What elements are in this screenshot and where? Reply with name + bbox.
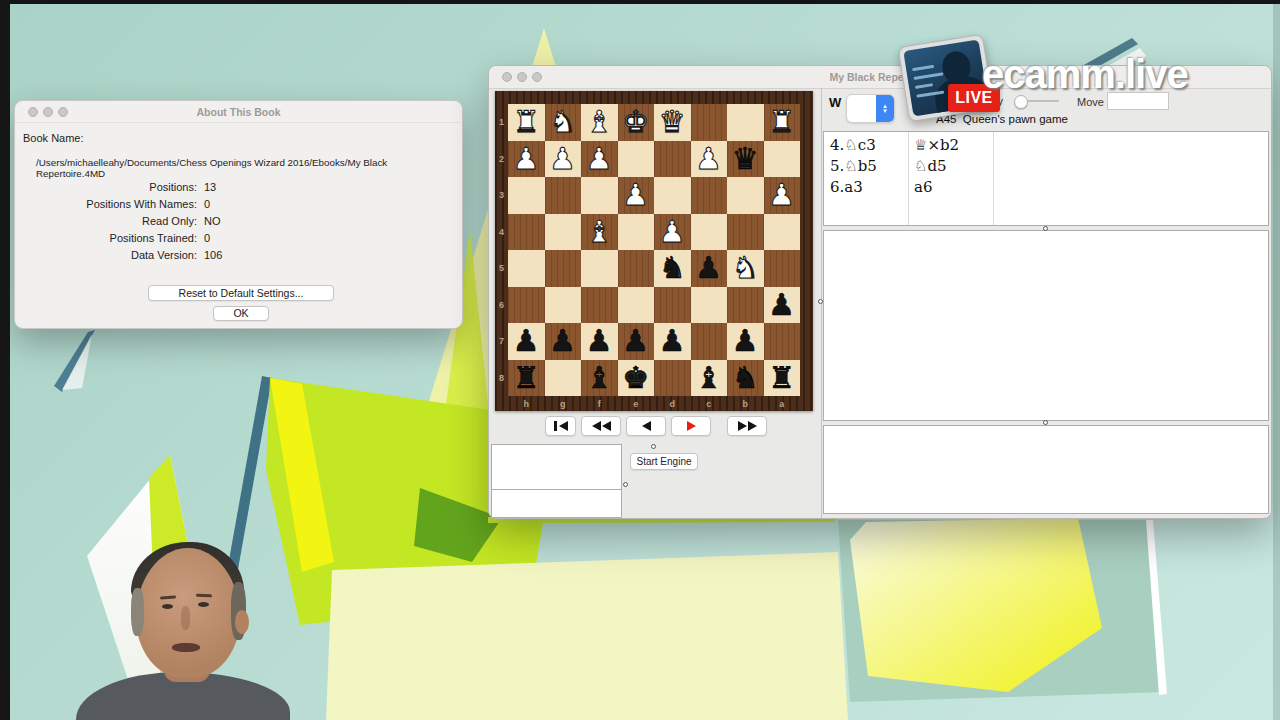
white-rook: ♜ [513,104,540,140]
frame-edge [0,0,10,720]
black-rook: ♜ [768,360,795,396]
field-value: NO [204,215,221,227]
side-to-move-label: W [829,95,841,110]
square-e7[interactable]: ♟ [618,323,655,360]
white-bishop: ♝ [586,104,613,140]
square-h5[interactable] [508,250,545,287]
notes-panel[interactable] [823,230,1269,421]
black-queen: ♛ [732,141,759,177]
square-h7[interactable]: ♟ [508,323,545,360]
square-c5[interactable]: ♟ [691,250,728,287]
file-label: g [545,397,582,410]
square-c8[interactable]: ♝ [691,360,728,397]
splitter-handle[interactable] [1043,226,1048,231]
square-h2[interactable]: ♟ [508,141,545,178]
white-pawn: ♟ [695,141,722,177]
board-squares: ♜♞♝♚♛♜♟♟♟♟♛♟♟♝♟♞♟♞♟♟♟♟♟♟♟♜♝♚♝♞♜ [508,104,800,396]
move-black[interactable]: a6 [914,178,933,196]
book-name-label: Book Name: [23,132,84,144]
white-king: ♚ [622,104,649,140]
square-e3[interactable]: ♟ [618,177,655,214]
white-pawn: ♟ [768,177,795,213]
white-pawn: ♟ [586,141,613,177]
move-list-panel[interactable]: 4.♘c3 ♕×b2 5.♘b5 ♘d5 6.a3 a6 [823,131,1269,226]
move-white[interactable]: 4.♘c3 [830,136,876,154]
square-a2[interactable] [764,141,801,178]
fast-forward-button[interactable] [727,416,767,436]
field-value: 13 [204,181,216,193]
square-a7[interactable] [764,323,801,360]
white-bishop: ♝ [586,214,613,250]
square-a3[interactable]: ♟ [764,177,801,214]
stepper-icon[interactable]: ▲▼ [876,95,894,122]
square-d4[interactable]: ♟ [654,214,691,251]
black-knight: ♞ [659,250,686,286]
square-d7[interactable]: ♟ [654,323,691,360]
square-e6[interactable] [618,287,655,324]
file-label: e [618,397,655,410]
square-a1[interactable]: ♜ [764,104,801,141]
file-label: h [508,397,545,410]
square-f4[interactable]: ♝ [581,214,618,251]
white-pawn: ♟ [659,214,686,250]
square-b7[interactable]: ♟ [727,323,764,360]
square-e8[interactable]: ♚ [618,360,655,397]
white-knight: ♞ [732,250,759,286]
square-a5[interactable] [764,250,801,287]
square-h6[interactable] [508,287,545,324]
rewind-button[interactable] [581,416,621,436]
square-b5[interactable]: ♞ [727,250,764,287]
square-f6[interactable] [581,287,618,324]
move-black[interactable]: ♕×b2 [914,136,959,154]
rank-label: 3 [495,177,508,214]
square-f8[interactable]: ♝ [581,360,618,397]
square-d1[interactable]: ♛ [654,104,691,141]
field-value: 0 [204,198,210,210]
rank-label: 8 [495,360,508,397]
square-a8[interactable]: ♜ [764,360,801,397]
black-pawn: ♟ [622,323,649,359]
black-bishop: ♝ [695,360,722,396]
rank-label: 6 [495,287,508,324]
white-pawn: ♟ [549,141,576,177]
square-d3[interactable] [654,177,691,214]
square-h4[interactable] [508,214,545,251]
square-c7[interactable] [691,323,728,360]
white-knight: ♞ [549,104,576,140]
square-e5[interactable] [618,250,655,287]
square-g7[interactable]: ♟ [545,323,582,360]
square-d6[interactable] [654,287,691,324]
splitter-handle[interactable] [1043,420,1048,425]
black-pawn: ♟ [549,323,576,359]
frame-edge [1273,0,1280,720]
square-e4[interactable] [618,214,655,251]
reset-defaults-button[interactable]: Reset to Default Settings... [148,285,334,301]
move-white[interactable]: 5.♘b5 [830,157,877,175]
chess-window: My Black Repertoire 12345678 hgfedcba ♜♞… [488,65,1272,519]
rank-label: 2 [495,141,508,178]
square-b4[interactable] [727,214,764,251]
frame-edge [0,0,1280,4]
square-g4[interactable] [545,214,582,251]
move-label: Move [1077,96,1104,108]
square-f7[interactable]: ♟ [581,323,618,360]
white-pawn: ♟ [513,141,540,177]
comment-panel-lower[interactable] [491,489,622,518]
splitter-handle[interactable] [651,444,656,449]
field-value: 106 [204,249,222,261]
black-bishop: ♝ [586,360,613,396]
webcam-person [48,546,298,720]
square-b6[interactable] [727,287,764,324]
white-queen: ♛ [659,104,686,140]
go-start-button[interactable] [545,416,576,436]
rank-label: 1 [495,104,508,141]
square-c2[interactable]: ♟ [691,141,728,178]
black-king: ♚ [622,360,649,396]
field-label: Positions: [15,181,197,193]
square-f5[interactable] [581,250,618,287]
comment-panel[interactable] [491,444,622,490]
square-g8[interactable] [545,360,582,397]
square-b3[interactable] [727,177,764,214]
square-b8[interactable]: ♞ [727,360,764,397]
black-pawn: ♟ [586,323,613,359]
field-label: Data Version: [15,249,197,261]
field-label: Positions With Names: [15,198,197,210]
side-popup[interactable]: ▲▼ [846,94,895,123]
square-g1[interactable]: ♞ [545,104,582,141]
black-knight: ♞ [732,360,759,396]
engine-panel[interactable] [823,425,1269,514]
play-button[interactable] [671,416,711,436]
dialog-title: About This Book [15,106,462,118]
square-g5[interactable] [545,250,582,287]
black-pawn: ♟ [513,323,540,359]
certainty-slider[interactable] [1014,95,1028,109]
square-h3[interactable] [508,177,545,214]
square-d5[interactable]: ♞ [654,250,691,287]
file-label: b [727,397,764,410]
field-label: Read Only: [15,215,197,227]
ok-button[interactable]: OK [213,306,269,321]
field-label: Positions Trained: [15,232,197,244]
square-g2[interactable]: ♟ [545,141,582,178]
square-e1[interactable]: ♚ [618,104,655,141]
go-start-icon [554,421,557,431]
book-path: /Users/michaelleahy/Documents/Chess Open… [36,157,456,179]
square-c1[interactable] [691,104,728,141]
move-black[interactable]: ♘d5 [914,157,947,175]
back-button[interactable] [626,416,666,436]
square-a4[interactable] [764,214,801,251]
square-d8[interactable] [654,360,691,397]
file-label: c [691,397,728,410]
move-white[interactable]: 6.a3 [830,178,863,196]
rewind-icon [592,421,601,431]
square-h1[interactable]: ♜ [508,104,545,141]
about-dialog: About This Book Book Name: /Users/michae… [14,100,463,329]
file-label: f [581,397,618,410]
file-label: a [764,397,801,410]
square-g3[interactable] [545,177,582,214]
square-d2[interactable] [654,141,691,178]
screen: About This Book Book Name: /Users/michae… [0,0,1280,720]
field-value: 0 [204,232,210,244]
rank-labels: 12345678 [495,104,508,396]
play-icon [687,421,696,431]
splitter-handle[interactable] [818,299,823,304]
square-e2[interactable] [618,141,655,178]
square-g6[interactable] [545,287,582,324]
square-f1[interactable]: ♝ [581,104,618,141]
square-a6[interactable]: ♟ [764,287,801,324]
square-f2[interactable]: ♟ [581,141,618,178]
rank-label: 5 [495,250,508,287]
file-label: d [654,397,691,410]
ecamm-logo: ecamm.live [982,52,1188,97]
black-pawn: ♟ [768,287,795,323]
start-engine-button[interactable]: Start Engine [630,453,698,470]
square-c4[interactable] [691,214,728,251]
black-rook: ♜ [513,360,540,396]
black-pawn: ♟ [659,323,686,359]
fast-forward-icon [738,421,747,431]
rank-label: 4 [495,214,508,251]
square-b1[interactable] [727,104,764,141]
square-f3[interactable] [581,177,618,214]
file-labels: hgfedcba [508,397,800,410]
dialog-titlebar[interactable]: About This Book [15,101,462,123]
square-h8[interactable]: ♜ [508,360,545,397]
white-pawn: ♟ [622,177,649,213]
chess-board: 12345678 hgfedcba ♜♞♝♚♛♜♟♟♟♟♛♟♟♝♟♞♟♞♟♟♟♟… [495,91,813,411]
square-c6[interactable] [691,287,728,324]
black-pawn: ♟ [695,250,722,286]
rank-label: 7 [495,323,508,360]
black-pawn: ♟ [732,323,759,359]
square-b2[interactable]: ♛ [727,141,764,178]
square-c3[interactable] [691,177,728,214]
back-icon [642,421,651,431]
splitter-handle[interactable] [623,482,628,487]
white-rook: ♜ [768,104,795,140]
